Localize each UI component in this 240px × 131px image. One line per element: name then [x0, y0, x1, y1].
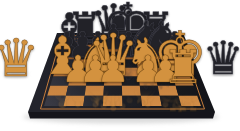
chess-set-photo: ♜♛♚♜♝♟♟♟♟♟♞♞♟♝♞♛♞♚♟♟♟♟♟♜♛♛	[0, 0, 240, 131]
piece-white-pawn-d3[interactable]: ♟	[94, 51, 131, 88]
piece-offboard-white-queen[interactable]: ♛	[0, 32, 42, 84]
piece-white-rook-h3[interactable]: ♜	[160, 44, 207, 91]
board-front-edge	[28, 112, 215, 119]
